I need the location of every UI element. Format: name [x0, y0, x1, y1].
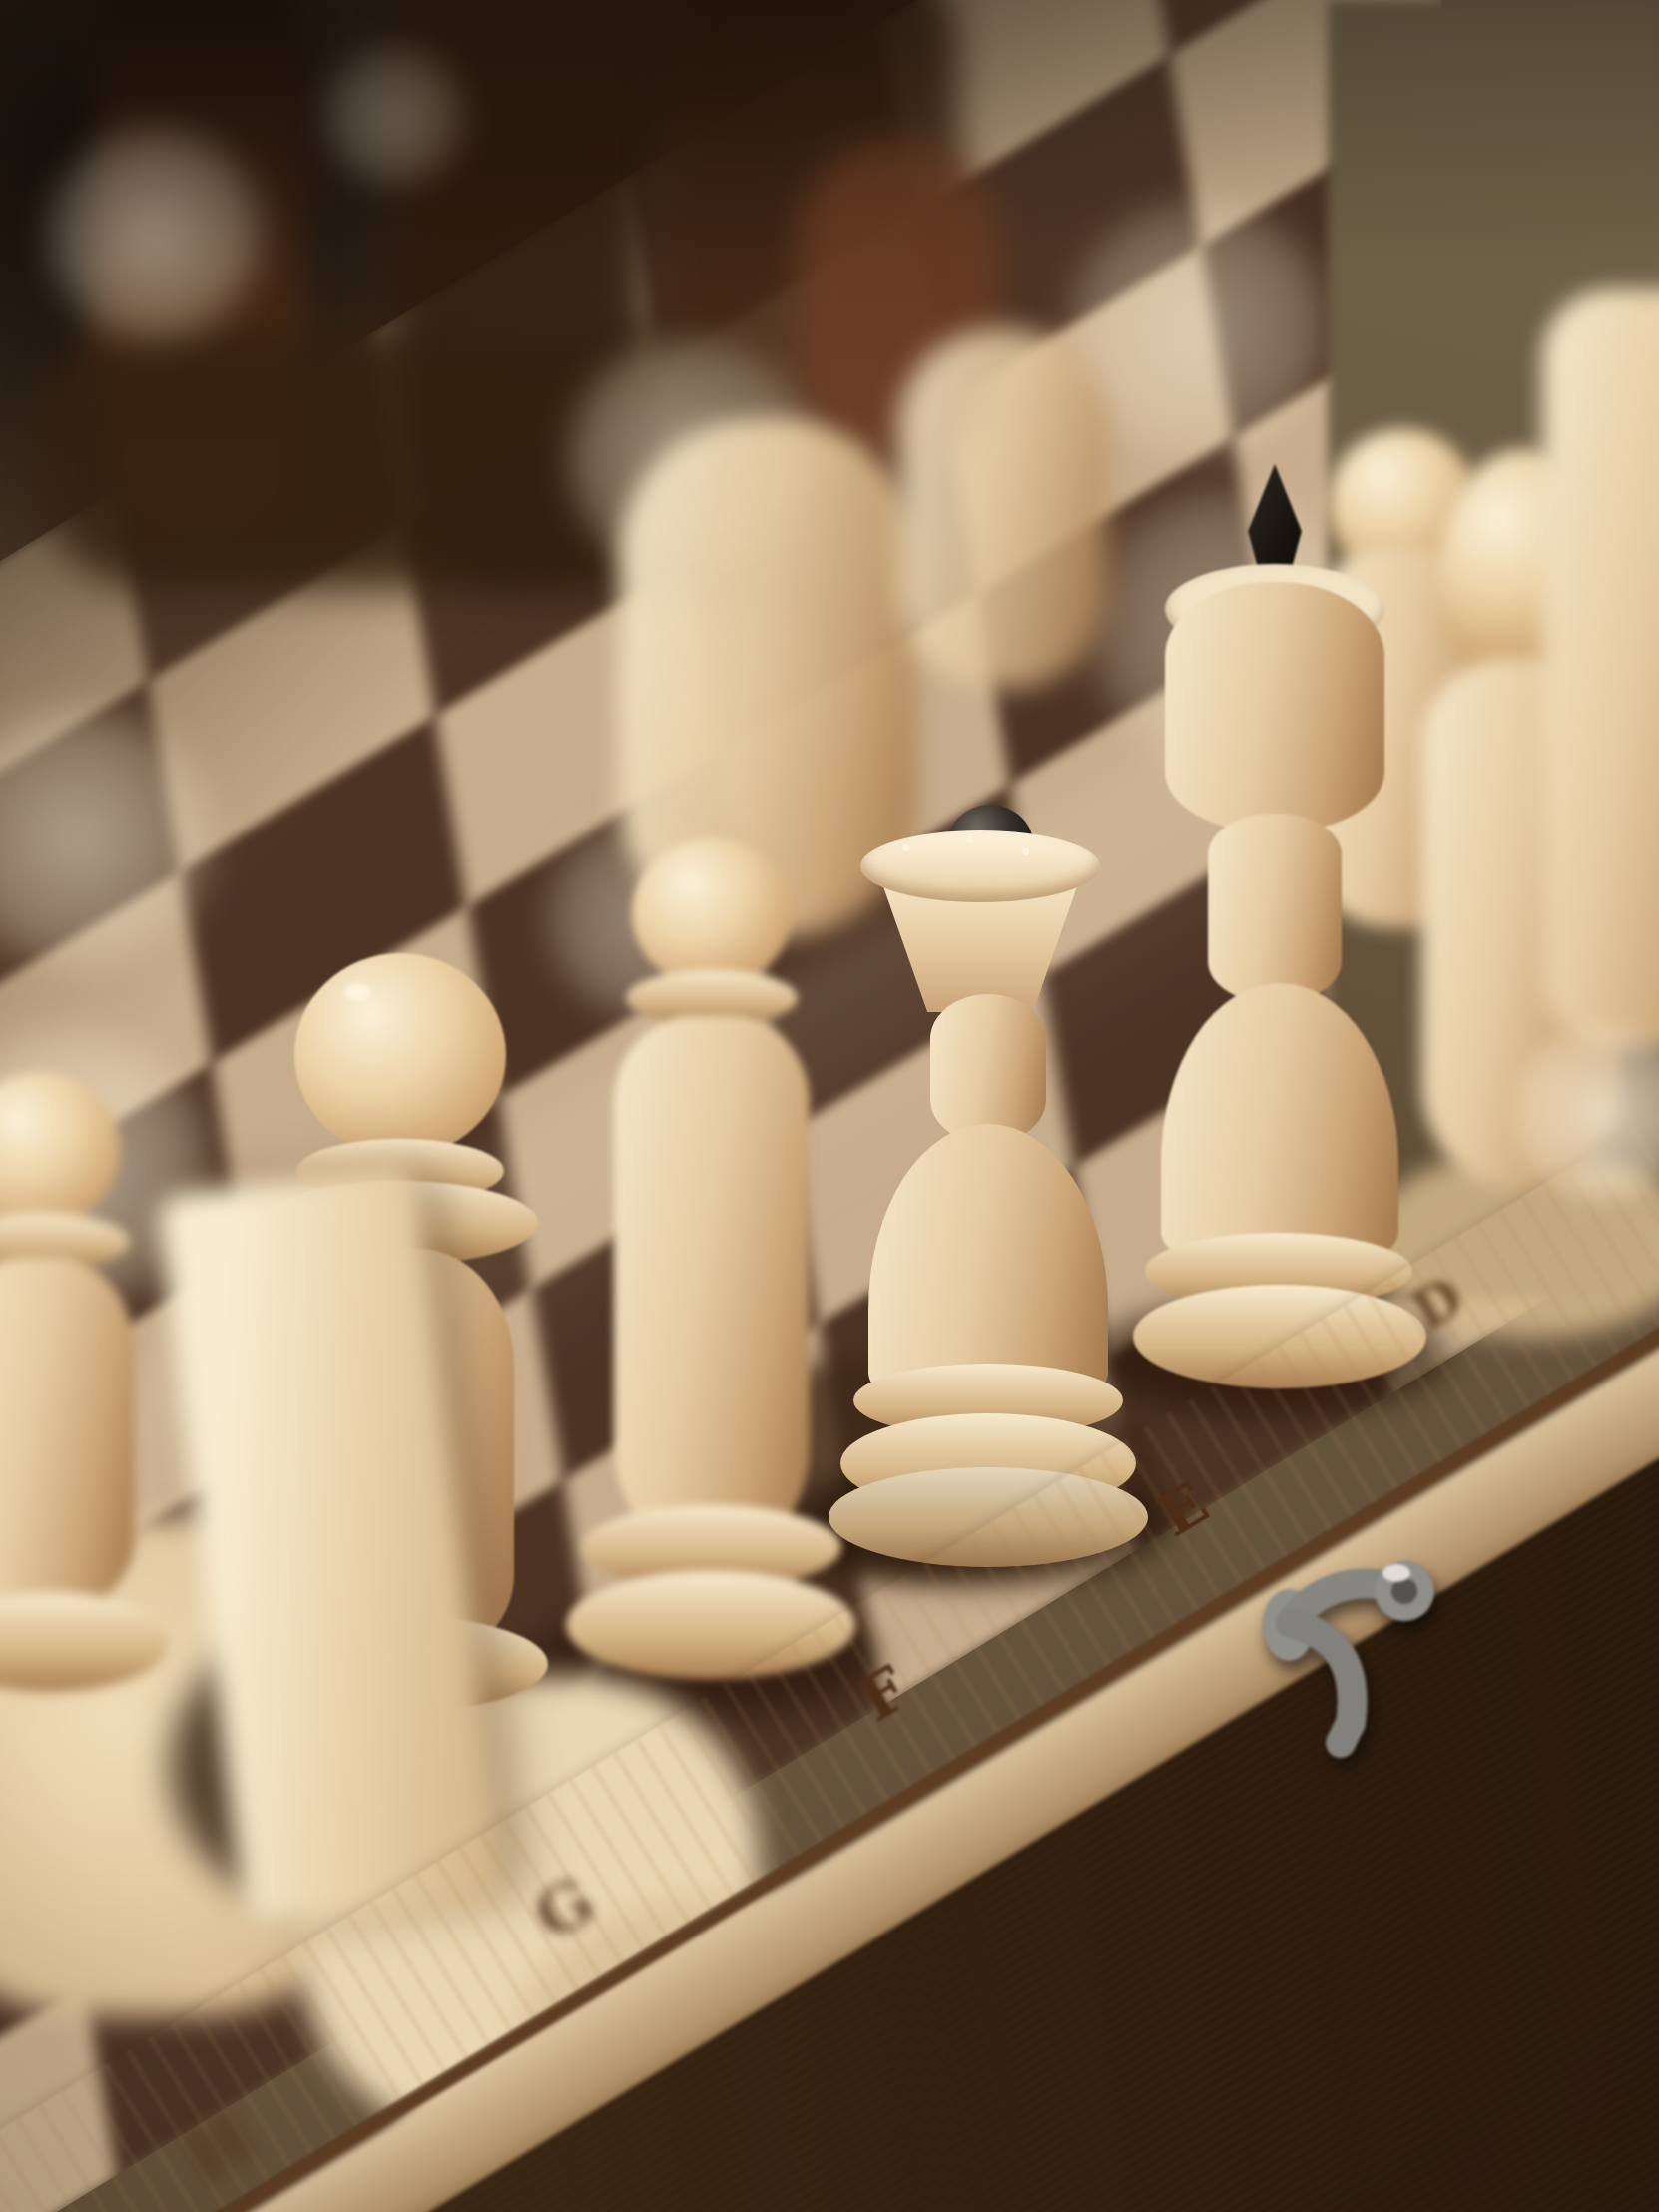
- chess-photo-scene: ♜♞♝♛♚♟ ♘ ♙ ♗ ♖: [0, 0, 1659, 2212]
- vignette-overlay: [0, 0, 1659, 2212]
